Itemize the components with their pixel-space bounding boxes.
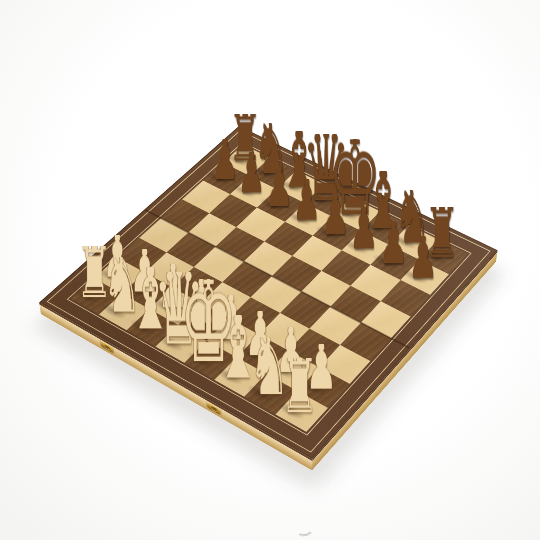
black-pawn-glyph: ♟ [298,193,373,234]
square-b5 [188,213,236,247]
square-e6 [293,236,342,271]
scene: ♜♞♝♛♚♝♞♜♟♟♟♟♟♟♟♟♟♟♟♟♟♟♟♟♜♞♝♛♚♝♞♜ [0,0,540,540]
black-pawn-glyph: ♟ [215,152,288,192]
white-rook-glyph: ♜ [258,358,341,413]
board-top: ♜♞♝♛♚♝♞♜♟♟♟♟♟♟♟♟♟♟♟♟♟♟♟♟♜♞♝♛♚♝♞♜ [39,126,497,459]
square-a7 [203,162,250,194]
square-a8 [223,145,269,176]
pieces-layer: ♜♞♝♛♚♝♞♜♟♟♟♟♟♟♟♟♟♟♟♟♟♟♟♟♜♞♝♛♚♝♞♜ [39,126,497,459]
square-e7 [313,216,361,250]
square-b6 [209,194,257,227]
product-photo: ♜♞♝♛♚♝♞♜♟♟♟♟♟♟♟♟♟♟♟♟♟♟♟♟♜♞♝♛♚♝♞♜ [0,0,540,540]
square-c6 [237,208,285,241]
black-rook-glyph: ♜ [209,114,281,161]
piece-shadow [310,222,345,243]
square-a6 [182,180,229,212]
square-a5 [161,199,209,232]
square-c7 [257,189,304,222]
black-bishop-glyph: ♝ [262,131,335,187]
square-d7 [285,202,333,235]
chess-board-box: ♜♞♝♛♚♝♞♜♟♟♟♟♟♟♟♟♟♟♟♟♟♟♟♟♜♞♝♛♚♝♞♜ [39,126,497,459]
piece-shadow [329,203,364,224]
piece-shadow [301,189,335,210]
black-bishop-glyph: ♝ [346,171,421,229]
black-pawn-glyph: ♟ [189,139,262,179]
square-f7 [341,230,389,264]
square-e8 [332,197,379,230]
square-c8 [277,171,324,203]
square-b8 [250,157,297,188]
piece-shadow [338,236,373,258]
black-pawn-glyph: ♟ [270,179,344,220]
black-pawn-glyph: ♟ [385,236,462,278]
black-queen-glyph: ♛ [290,134,364,201]
black-knight-glyph: ♞ [235,123,307,174]
black-king-glyph: ♚ [317,139,391,215]
piece-shadow [221,150,254,169]
piece-shadow [282,208,317,229]
piece-shadow [274,176,308,196]
square-d6 [264,222,312,256]
square-d5 [244,241,293,276]
piece-shadow [227,181,261,201]
piece-shadow [254,195,288,216]
piece-shadow [200,168,233,188]
square-d8 [304,184,351,216]
piece-shadow [247,163,280,183]
square-b7 [230,175,277,207]
black-pawn-glyph: ♟ [242,166,316,206]
